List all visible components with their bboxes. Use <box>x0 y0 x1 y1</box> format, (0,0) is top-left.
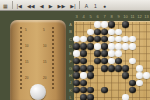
counter-ticks-right: 5101520 <box>43 29 46 80</box>
column-label-4: 4 <box>81 15 87 19</box>
white-stone <box>87 29 94 36</box>
counter-bead-hole <box>52 27 54 29</box>
column-label-8: 8 <box>109 15 115 19</box>
black-stone <box>108 65 115 72</box>
toolbar-separator <box>79 1 80 9</box>
go-board[interactable] <box>74 21 150 100</box>
white-stone <box>115 36 122 43</box>
wooden-counter-panel: 5101520 5101520 <box>10 20 66 100</box>
white-stone <box>122 94 129 100</box>
white-stone <box>129 58 136 65</box>
counter-bead-hole <box>52 83 54 85</box>
black-stone <box>122 21 129 28</box>
app-window: ▦|◀◀◀◀▶▶▶▶|A1● 5101520 5101520 345678910… <box>0 0 150 100</box>
black-stone <box>80 43 87 50</box>
column-label-10: 10 <box>123 15 129 19</box>
counter-bead-hole <box>52 67 54 69</box>
black-stone <box>101 58 108 65</box>
black-stone <box>87 72 94 79</box>
counter-bead-hole <box>20 79 22 81</box>
black-stone <box>115 65 122 72</box>
counter-bead-hole <box>20 75 22 77</box>
go-first-button[interactable]: |◀ <box>15 1 24 10</box>
black-stone <box>101 29 108 36</box>
black-stone <box>80 80 87 87</box>
column-label-5: 5 <box>88 15 94 19</box>
counter-bead-hole <box>20 47 22 49</box>
black-stone <box>87 65 94 72</box>
counter-bead-hole <box>20 27 22 29</box>
counter-bead-hole <box>20 51 22 53</box>
row-label-A: A <box>68 23 73 27</box>
black-stone <box>73 58 80 65</box>
counter-knob[interactable] <box>30 84 46 100</box>
counter-tick-label: 15 <box>25 61 28 64</box>
counter-track-left <box>20 27 22 89</box>
counter-bead-hole <box>20 43 22 45</box>
counter-bead-hole <box>52 75 54 77</box>
back-10-button[interactable]: ◀◀ <box>25 1 37 10</box>
black-stone <box>80 94 87 100</box>
counter-bead-hole <box>20 31 22 33</box>
black-stone <box>73 65 80 72</box>
counter-tick-label: 5 <box>43 29 46 32</box>
row-label-B: B <box>68 30 73 34</box>
black-stone <box>122 65 129 72</box>
black-stone <box>101 50 108 57</box>
black-stone <box>94 58 101 65</box>
column-label-3: 3 <box>74 15 80 19</box>
counter-bead-hole <box>52 43 54 45</box>
white-stone <box>129 36 136 43</box>
counter-bead-hole <box>52 31 54 33</box>
black-stone <box>80 58 87 65</box>
white-stone <box>80 36 87 43</box>
counter-tick-label: 10 <box>43 45 46 48</box>
black-stone <box>94 50 101 57</box>
black-stone <box>115 58 122 65</box>
number-marker-tool[interactable]: 1 <box>91 1 99 10</box>
white-stone <box>108 36 115 43</box>
black-stone <box>80 50 87 57</box>
toolbar: ▦|◀◀◀◀▶▶▶▶|A1● <box>0 0 150 11</box>
counter-tick-label: 15 <box>43 61 46 64</box>
pass-tool[interactable]: ● <box>100 1 108 10</box>
counter-bead-hole <box>20 63 22 65</box>
black-stone <box>101 65 108 72</box>
counter-bead-hole <box>52 35 54 37</box>
counter-track-right <box>52 27 54 89</box>
white-stone <box>143 72 150 79</box>
column-label-9: 9 <box>116 15 122 19</box>
counter-bead-hole <box>52 51 54 53</box>
white-stone <box>136 65 143 72</box>
counter-bead-hole <box>20 87 22 89</box>
black-stone <box>129 80 136 87</box>
black-stone <box>101 36 108 43</box>
white-stone <box>94 21 101 28</box>
counter-tick-label: 10 <box>25 45 28 48</box>
white-stone <box>122 43 129 50</box>
column-label-13: 13 <box>144 15 150 19</box>
black-stone <box>80 65 87 72</box>
white-stone <box>115 50 122 57</box>
column-label-12: 12 <box>137 15 143 19</box>
counter-bead-hole <box>20 71 22 73</box>
counter-bead-hole <box>20 59 22 61</box>
counter-tick-label: 20 <box>43 77 46 80</box>
counter-bead-hole <box>52 59 54 61</box>
counter-bead-hole <box>52 39 54 41</box>
white-stone <box>108 58 115 65</box>
black-stone <box>87 94 94 100</box>
white-stone <box>136 72 143 79</box>
black-stone <box>122 72 129 79</box>
column-label-6: 6 <box>95 15 101 19</box>
black-stone <box>94 29 101 36</box>
counter-bead-hole <box>20 67 22 69</box>
counter-tick-label: 20 <box>25 77 28 80</box>
counter-bead-hole <box>52 47 54 49</box>
toolbar-separator <box>12 1 13 9</box>
white-stone <box>80 72 87 79</box>
white-stone <box>115 43 122 50</box>
counter-bead-hole <box>20 55 22 57</box>
column-label-7: 7 <box>102 15 108 19</box>
counter-bead-hole <box>52 55 54 57</box>
board-icon[interactable]: ▦ <box>1 1 10 10</box>
white-stone <box>136 80 143 87</box>
black-stone <box>73 43 80 50</box>
counter-bead-hole <box>52 63 54 65</box>
black-stone <box>87 36 94 43</box>
white-stone <box>122 36 129 43</box>
white-stone <box>108 43 115 50</box>
black-stone <box>87 43 94 50</box>
black-stone <box>101 43 108 50</box>
counter-bead-hole <box>20 35 22 37</box>
white-stone <box>115 29 122 36</box>
white-stone <box>94 43 101 50</box>
white-stone <box>73 36 80 43</box>
counter-bead-hole <box>52 71 54 73</box>
counter-bead-hole <box>52 79 54 81</box>
back-button[interactable]: ◀ <box>38 1 46 10</box>
counter-bead-hole <box>20 39 22 41</box>
black-stone <box>94 36 101 43</box>
column-label-11: 11 <box>130 15 136 19</box>
white-stone <box>101 21 108 28</box>
black-stone <box>73 72 80 79</box>
white-stone <box>129 43 136 50</box>
go-last-button[interactable]: ▶| <box>68 1 77 10</box>
black-stone <box>73 80 80 87</box>
row-label-L: L <box>68 96 73 100</box>
counter-tick-label: 5 <box>25 29 28 32</box>
forward-10-button[interactable]: ▶▶ <box>56 1 68 10</box>
counter-ticks-left: 5101520 <box>25 29 28 80</box>
counter-bead-hole <box>52 87 54 89</box>
white-stone <box>108 50 115 57</box>
counter-bead-hole <box>20 83 22 85</box>
forward-button[interactable]: ▶ <box>47 1 55 10</box>
black-stone <box>108 21 115 28</box>
letter-marker-tool[interactable]: A <box>82 1 90 10</box>
board-column-labels: 345678910111213 <box>74 13 150 21</box>
white-stone <box>108 29 115 36</box>
white-stone <box>73 50 80 57</box>
